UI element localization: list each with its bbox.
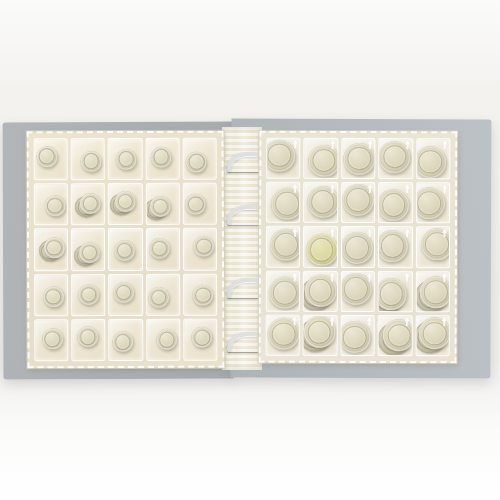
coin bbox=[113, 282, 134, 303]
coin bbox=[340, 321, 370, 353]
coin-pocket bbox=[182, 138, 216, 180]
coin-pocket bbox=[416, 227, 451, 268]
coin-pocket bbox=[71, 183, 105, 225]
coin bbox=[42, 329, 63, 350]
coin-pocket bbox=[266, 314, 301, 355]
coin-pocket bbox=[303, 182, 338, 223]
coin bbox=[43, 286, 64, 307]
coin-pocket bbox=[415, 315, 450, 356]
coin bbox=[378, 278, 407, 310]
coin bbox=[116, 149, 137, 170]
coin bbox=[270, 229, 300, 261]
coin bbox=[304, 275, 336, 307]
coin-pocket bbox=[34, 138, 68, 180]
coin-pocket bbox=[378, 182, 413, 223]
coin-pocket bbox=[266, 138, 301, 179]
coin-pocket bbox=[183, 183, 217, 225]
coin-pocket bbox=[266, 270, 301, 311]
coin-pocket bbox=[378, 315, 413, 356]
coin bbox=[420, 276, 450, 308]
coin-pocket bbox=[303, 315, 338, 356]
coin bbox=[383, 319, 412, 351]
coin bbox=[44, 237, 65, 258]
coin bbox=[114, 240, 135, 261]
coin bbox=[77, 326, 98, 347]
coin bbox=[341, 273, 372, 305]
coin-pocket bbox=[183, 228, 217, 270]
coin-pocket bbox=[266, 226, 301, 267]
coin bbox=[80, 151, 101, 172]
coin bbox=[268, 318, 300, 350]
coin-pocket bbox=[108, 138, 142, 180]
coin-pocket bbox=[34, 183, 68, 225]
coin-pocket bbox=[303, 270, 338, 311]
coin bbox=[303, 316, 335, 348]
coin bbox=[185, 193, 206, 214]
coin-pocket bbox=[266, 182, 301, 223]
coin bbox=[307, 186, 338, 218]
coin-pocket bbox=[71, 274, 105, 316]
coin-pocket bbox=[341, 182, 376, 223]
coin bbox=[341, 232, 373, 264]
coin-pocket bbox=[71, 228, 105, 270]
coin-pocket bbox=[108, 183, 142, 225]
coin-pocket bbox=[341, 138, 376, 179]
coin-pocket bbox=[416, 182, 451, 223]
coin-pocket bbox=[378, 138, 413, 179]
coin bbox=[149, 238, 170, 259]
coin-pocket bbox=[183, 273, 217, 315]
coin-pocket bbox=[108, 274, 142, 316]
coin-pocket bbox=[108, 228, 142, 270]
coin-pocket bbox=[304, 138, 339, 179]
coin-pocket bbox=[341, 226, 376, 267]
coin bbox=[115, 191, 136, 212]
coin bbox=[421, 228, 450, 260]
coin-pocket bbox=[341, 271, 376, 312]
coin-pocket bbox=[145, 138, 179, 180]
coin-pocket bbox=[109, 319, 143, 361]
coin-pocket bbox=[146, 319, 180, 361]
coin bbox=[156, 329, 177, 350]
coin-pocket bbox=[34, 229, 68, 271]
coin bbox=[193, 236, 214, 257]
photo-background bbox=[0, 0, 500, 500]
coin bbox=[112, 331, 133, 352]
coin bbox=[79, 242, 100, 263]
coin bbox=[416, 187, 445, 219]
coin bbox=[379, 141, 411, 173]
coin-pocket bbox=[340, 315, 375, 356]
coin-page-right bbox=[259, 131, 458, 364]
coin bbox=[378, 230, 408, 262]
coin-page-left bbox=[27, 131, 225, 369]
coin bbox=[44, 195, 65, 216]
coin-pocket bbox=[34, 319, 68, 361]
coin-pocket bbox=[183, 318, 217, 360]
coin bbox=[418, 318, 449, 350]
coin-pocket bbox=[303, 226, 338, 267]
coin bbox=[193, 285, 214, 306]
coin bbox=[186, 151, 207, 172]
coin bbox=[378, 189, 409, 221]
coin-pocket bbox=[146, 228, 180, 270]
coin-pocket bbox=[416, 138, 451, 179]
coin bbox=[266, 139, 295, 171]
coin-pocket bbox=[71, 319, 105, 361]
coin bbox=[342, 184, 374, 216]
coin bbox=[192, 327, 213, 348]
coin bbox=[416, 146, 446, 178]
coin-pocket bbox=[34, 274, 68, 316]
coin bbox=[80, 193, 101, 214]
coin-pocket bbox=[378, 226, 413, 267]
coin bbox=[271, 187, 300, 219]
coin-pocket bbox=[145, 183, 179, 225]
coin bbox=[269, 277, 300, 309]
coin bbox=[308, 144, 338, 176]
coin-pocket bbox=[378, 271, 413, 312]
coin bbox=[150, 196, 171, 217]
coin bbox=[36, 146, 57, 167]
coin-pocket bbox=[415, 271, 450, 312]
coin bbox=[343, 143, 375, 175]
coin bbox=[306, 234, 338, 266]
coin bbox=[148, 287, 169, 308]
coin-pocket bbox=[71, 138, 105, 180]
coin-pocket bbox=[146, 273, 180, 315]
coin bbox=[78, 284, 99, 305]
coin bbox=[151, 146, 172, 167]
